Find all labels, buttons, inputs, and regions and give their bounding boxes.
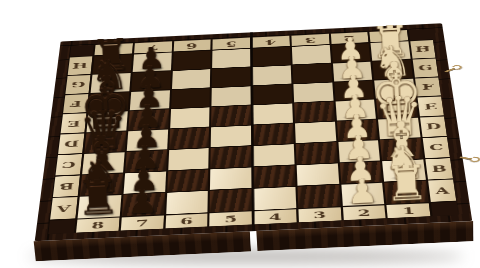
near-rank-label-8: 8 xyxy=(91,220,104,230)
near-rank-label-4: 4 xyxy=(269,212,282,222)
piece-black-rook[interactable]: ♜ xyxy=(75,178,120,217)
square-h4[interactable] xyxy=(252,47,290,66)
square-f4[interactable] xyxy=(253,84,292,104)
near-label-cell-3: 3 xyxy=(298,207,341,222)
product-photo-scene: 87654321H♜♟♟♜HG♞♟♟♞GF♝♟♟♝FE♚♟♟♚ED♛♟♟♛DC♝… xyxy=(0,0,480,268)
square-e6[interactable] xyxy=(170,108,210,129)
rim-corner xyxy=(409,29,433,40)
square-c6[interactable] xyxy=(168,148,209,170)
piece-white-pawn[interactable]: ♟ xyxy=(347,178,379,205)
far-rank-label-5: 5 xyxy=(226,40,237,48)
square-a3[interactable] xyxy=(297,185,340,208)
square-e5[interactable] xyxy=(211,106,251,127)
right-file-label-H: H xyxy=(415,45,431,53)
right-file-label-E: E xyxy=(424,102,438,111)
square-a2[interactable]: ♟ xyxy=(341,183,385,206)
square-b3[interactable] xyxy=(296,163,338,186)
square-f5[interactable] xyxy=(212,86,251,106)
square-g6[interactable] xyxy=(172,69,211,89)
near-rank-label-6: 6 xyxy=(180,216,193,226)
left-file-label-A: A xyxy=(57,203,72,213)
near-label-cell-5: 5 xyxy=(210,211,252,226)
far-rank-label-4: 4 xyxy=(265,38,276,46)
near-label-cell-6: 6 xyxy=(165,213,208,228)
latch-hook-icon xyxy=(468,156,480,163)
far-label-cell-5: 5 xyxy=(213,38,251,50)
right-file-label-B: B xyxy=(431,164,447,174)
brass-latch-lower xyxy=(458,154,480,163)
square-b6[interactable] xyxy=(167,169,209,192)
square-b4[interactable] xyxy=(253,165,295,188)
brass-latch-upper xyxy=(442,63,466,73)
box-front-right-half xyxy=(256,221,473,251)
far-label-cell-4: 4 xyxy=(252,36,290,48)
rim-corner xyxy=(48,220,75,234)
near-label-cell-7: 7 xyxy=(121,215,164,230)
square-c5[interactable] xyxy=(211,146,252,168)
left-label-cell-A: A xyxy=(50,197,78,220)
square-d5[interactable] xyxy=(211,126,251,147)
square-d6[interactable] xyxy=(169,127,210,148)
left-file-label-C: C xyxy=(62,160,77,169)
square-e3[interactable] xyxy=(294,102,334,123)
square-d3[interactable] xyxy=(295,122,336,143)
piece-white-rook[interactable]: ♜ xyxy=(384,164,429,203)
right-label-cell-B: B xyxy=(425,158,453,180)
right-label-cell-A: A xyxy=(428,180,456,202)
square-f3[interactable] xyxy=(293,82,333,102)
far-rank-label-6: 6 xyxy=(186,42,197,50)
right-file-label-F: F xyxy=(422,83,435,91)
near-rank-label-7: 7 xyxy=(136,218,149,228)
far-rank-label-3: 3 xyxy=(304,36,316,44)
far-label-cell-6: 6 xyxy=(173,39,211,51)
left-file-label-D: D xyxy=(63,139,79,148)
near-rank-label-5: 5 xyxy=(224,214,237,224)
square-g5[interactable] xyxy=(212,67,251,87)
square-h5[interactable] xyxy=(212,49,250,68)
near-label-cell-4: 4 xyxy=(254,209,297,224)
right-file-label-C: C xyxy=(429,143,444,152)
near-rank-label-1: 1 xyxy=(402,206,416,216)
square-a6[interactable] xyxy=(166,191,208,214)
square-a8[interactable]: ♜ xyxy=(78,195,122,218)
square-e4[interactable] xyxy=(253,104,293,125)
near-label-cell-1: 1 xyxy=(387,203,431,218)
square-h6[interactable] xyxy=(172,51,210,70)
far-label-cell-3: 3 xyxy=(291,34,329,46)
right-file-label-A: A xyxy=(435,186,450,196)
piece-black-pawn[interactable]: ♟ xyxy=(126,188,157,215)
square-h3[interactable] xyxy=(292,45,331,64)
right-file-label-D: D xyxy=(425,122,441,131)
square-f6[interactable] xyxy=(171,88,210,108)
rim-corner xyxy=(431,202,458,216)
square-b5[interactable] xyxy=(210,167,251,190)
chessboard: 87654321H♜♟♟♜HG♞♟♟♞GF♝♟♟♝FE♚♟♟♚ED♛♟♟♛DC♝… xyxy=(35,23,472,241)
square-a7[interactable]: ♟ xyxy=(122,193,165,216)
chessboard-3d-wrapper: 87654321H♜♟♟♜HG♞♟♟♞GF♝♟♟♝FE♚♟♟♚ED♛♟♟♛DC♝… xyxy=(35,23,472,241)
near-rank-label-2: 2 xyxy=(357,208,370,218)
left-file-label-B: B xyxy=(59,181,75,191)
square-c4[interactable] xyxy=(253,144,294,166)
near-label-cell-8: 8 xyxy=(76,218,119,233)
square-a5[interactable] xyxy=(210,189,252,212)
square-d4[interactable] xyxy=(253,124,293,145)
square-g4[interactable] xyxy=(252,65,291,85)
square-a1[interactable]: ♜ xyxy=(384,181,428,204)
square-a4[interactable] xyxy=(254,187,296,210)
square-g3[interactable] xyxy=(292,63,331,83)
near-label-cell-2: 2 xyxy=(342,205,385,220)
square-c3[interactable] xyxy=(296,142,338,164)
near-rank-label-3: 3 xyxy=(313,210,326,220)
